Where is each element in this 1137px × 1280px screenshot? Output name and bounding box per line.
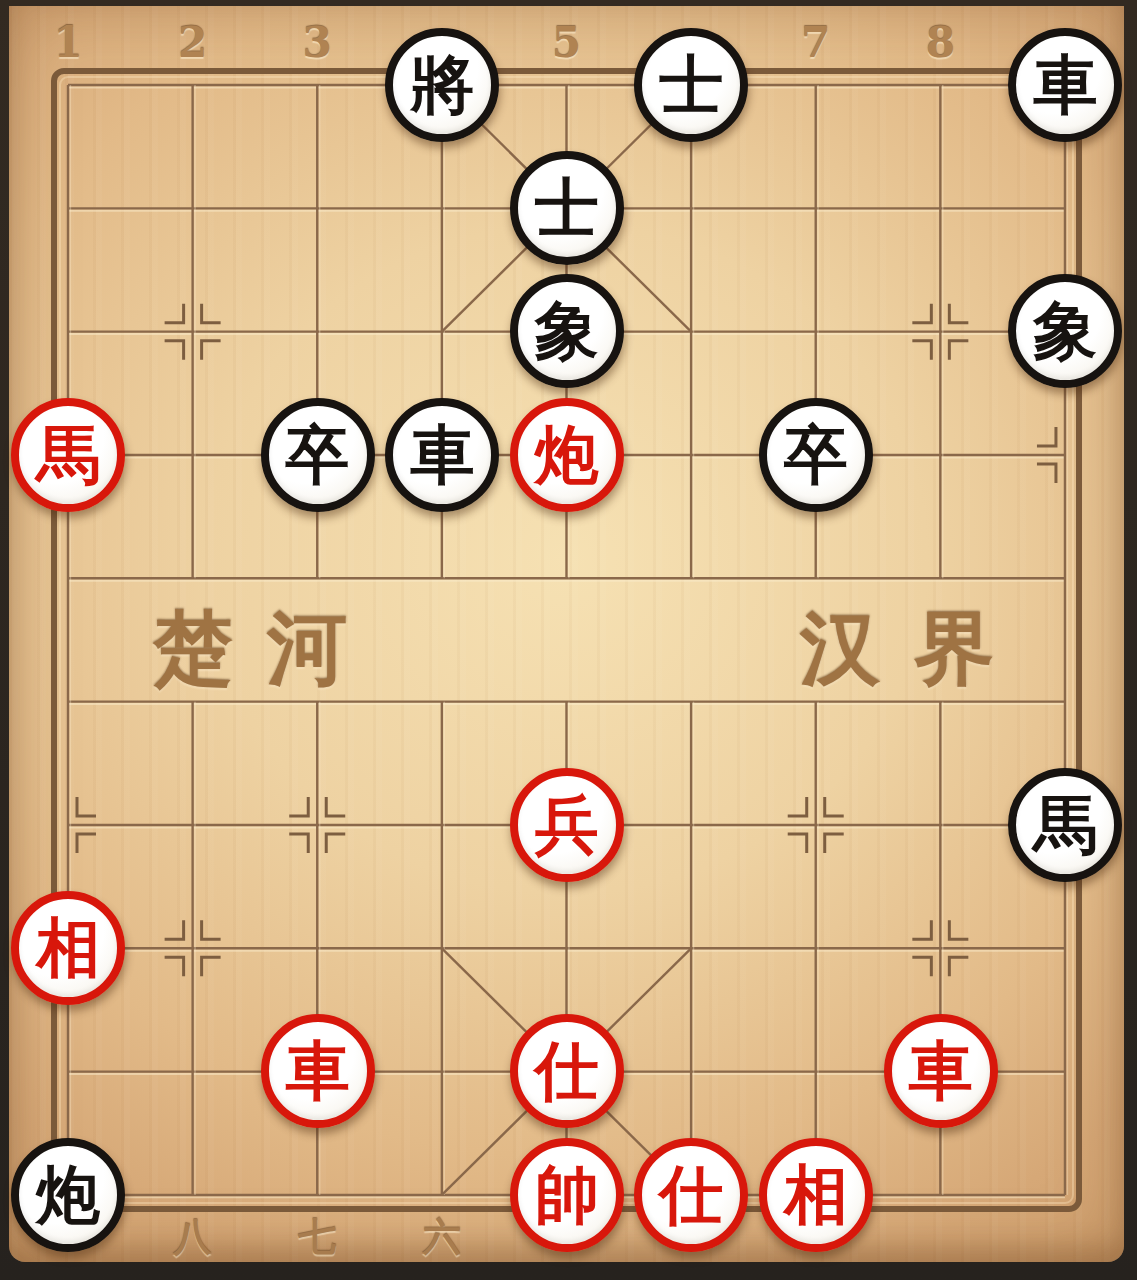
piece-red-elephant[interactable]: 相 (11, 891, 125, 1005)
piece-red-elephant[interactable]: 相 (759, 1138, 873, 1252)
piece-black-general[interactable]: 將 (385, 28, 499, 142)
piece-black-horse[interactable]: 馬 (1008, 768, 1122, 882)
piece-black-chariot[interactable]: 車 (1008, 28, 1122, 142)
piece-red-chariot[interactable]: 車 (884, 1014, 998, 1128)
piece-red-advisor[interactable]: 仕 (634, 1138, 748, 1252)
piece-black-cannon[interactable]: 炮 (11, 1138, 125, 1252)
piece-black-advisor[interactable]: 士 (634, 28, 748, 142)
xiangqi-app: 123578 八七六 楚河 汉界 將士車士象象馬卒車炮卒兵馬相車仕車炮帥仕相 (0, 0, 1137, 1280)
piece-black-soldier[interactable]: 卒 (261, 398, 375, 512)
piece-black-elephant[interactable]: 象 (1008, 274, 1122, 388)
piece-red-general[interactable]: 帥 (510, 1138, 624, 1252)
piece-black-elephant[interactable]: 象 (510, 274, 624, 388)
piece-black-chariot[interactable]: 車 (385, 398, 499, 512)
piece-black-advisor[interactable]: 士 (510, 151, 624, 265)
piece-red-soldier[interactable]: 兵 (510, 768, 624, 882)
piece-layer: 將士車士象象馬卒車炮卒兵馬相車仕車炮帥仕相 (6, 23, 1128, 1256)
piece-black-soldier[interactable]: 卒 (759, 398, 873, 512)
piece-red-chariot[interactable]: 車 (261, 1014, 375, 1128)
piece-red-cannon[interactable]: 炮 (510, 398, 624, 512)
piece-red-horse[interactable]: 馬 (11, 398, 125, 512)
piece-red-advisor[interactable]: 仕 (510, 1014, 624, 1128)
